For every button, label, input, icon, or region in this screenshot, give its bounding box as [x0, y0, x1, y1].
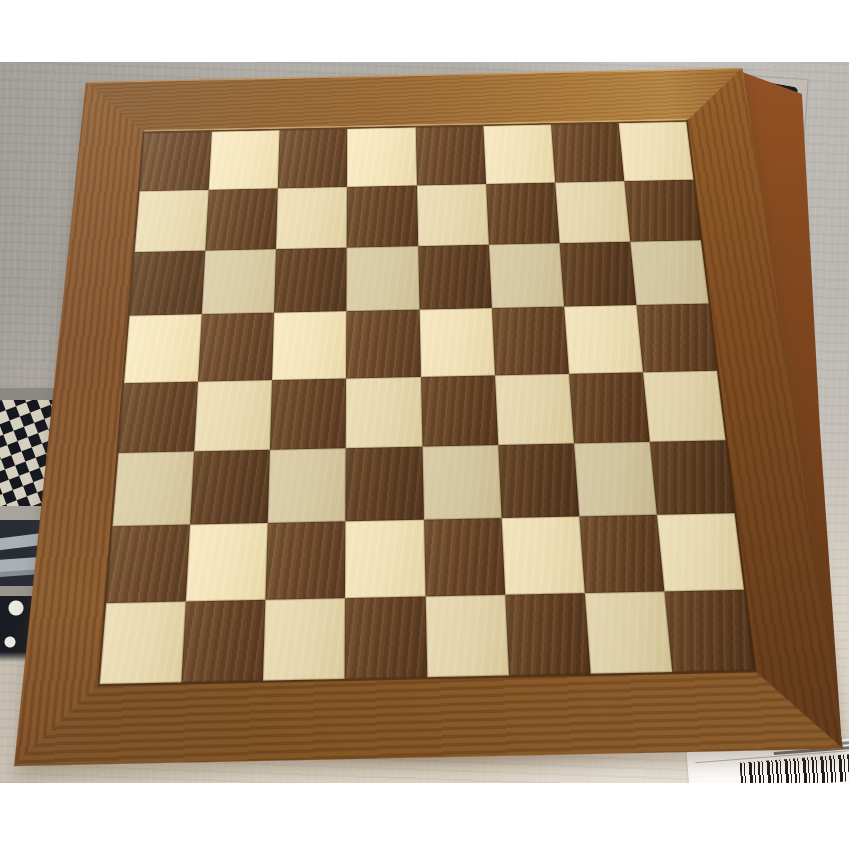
bottom-margin [0, 783, 849, 849]
board-inner-edge [97, 120, 756, 686]
top-margin [0, 0, 849, 62]
chess-board [14, 68, 843, 766]
